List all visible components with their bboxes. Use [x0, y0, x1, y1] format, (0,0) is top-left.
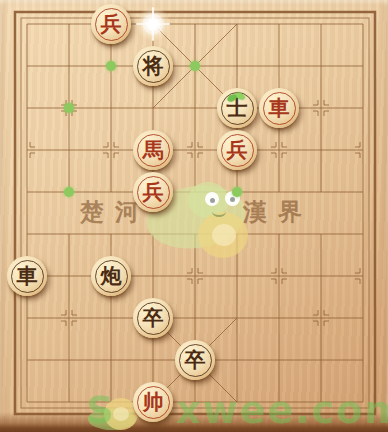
- move-hint-dot[interactable]: [64, 187, 74, 197]
- piece-glyph: 炮: [101, 266, 122, 287]
- piece-glyph: 車: [269, 98, 290, 119]
- piece-red-chariot[interactable]: 車: [259, 88, 299, 128]
- piece-red-soldier-b[interactable]: 兵: [217, 130, 257, 170]
- piece-black-general[interactable]: 将: [133, 46, 173, 86]
- piece-red-general[interactable]: 帅: [133, 382, 173, 422]
- piece-glyph: 卒: [143, 308, 164, 329]
- piece-glyph: 兵: [227, 140, 248, 161]
- piece-black-soldier-a[interactable]: 卒: [133, 298, 173, 338]
- piece-red-soldier-c[interactable]: 兵: [133, 172, 173, 212]
- river-label-right: 漢界: [243, 196, 313, 228]
- piece-black-advisor[interactable]: 士: [217, 88, 257, 128]
- xiangqi-board: 楚河 漢界 S xwee.com 兵将士車馬兵兵車炮卒卒帅: [0, 0, 388, 432]
- piece-glyph: 将: [143, 56, 164, 77]
- piece-glyph: 兵: [143, 182, 164, 203]
- move-hint-dot[interactable]: [190, 61, 200, 71]
- piece-black-chariot[interactable]: 車: [7, 256, 47, 296]
- move-hint-dot[interactable]: [106, 61, 116, 71]
- piece-red-horse[interactable]: 馬: [133, 130, 173, 170]
- piece-glyph: 車: [17, 266, 38, 287]
- piece-glyph: 帅: [143, 392, 164, 413]
- piece-glyph: 兵: [101, 14, 122, 35]
- piece-black-cannon[interactable]: 炮: [91, 256, 131, 296]
- piece-black-soldier-b[interactable]: 卒: [175, 340, 215, 380]
- piece-glyph: 卒: [185, 350, 206, 371]
- piece-red-soldier-a[interactable]: 兵: [91, 4, 131, 44]
- move-hint-dot[interactable]: [232, 187, 242, 197]
- move-hint-dot[interactable]: [64, 103, 74, 113]
- piece-glyph: 士: [227, 98, 248, 119]
- piece-glyph: 馬: [143, 140, 164, 161]
